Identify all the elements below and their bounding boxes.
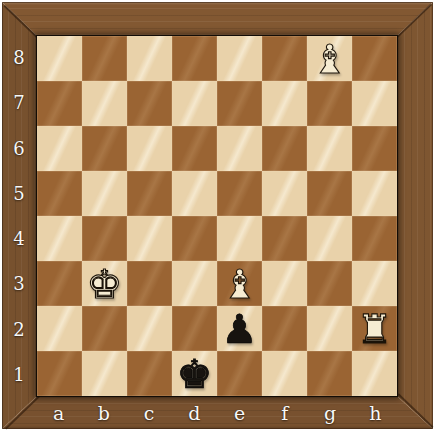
square-a7[interactable] [37, 81, 82, 126]
square-c8[interactable] [127, 36, 172, 81]
chess-diagram: 87654321 abcdefgh ♝♚♝♟♜♚ [0, 0, 435, 431]
file-label-a: a [36, 397, 81, 429]
square-e4[interactable] [217, 216, 262, 261]
square-d5[interactable] [172, 171, 217, 216]
square-f7[interactable] [262, 81, 307, 126]
square-g7[interactable] [307, 81, 352, 126]
square-e5[interactable] [217, 171, 262, 216]
square-d8[interactable] [172, 36, 217, 81]
square-d3[interactable] [172, 261, 217, 306]
square-f8[interactable] [262, 36, 307, 81]
square-g8[interactable]: ♝ [307, 36, 352, 81]
black-pawn[interactable]: ♟ [217, 306, 262, 351]
square-e8[interactable] [217, 36, 262, 81]
board: ♝♚♝♟♜♚ [36, 35, 398, 397]
square-e7[interactable] [217, 81, 262, 126]
square-a3[interactable] [37, 261, 82, 306]
square-b2[interactable] [82, 306, 127, 351]
square-h7[interactable] [352, 81, 397, 126]
square-b7[interactable] [82, 81, 127, 126]
rank-label-4: 4 [2, 216, 36, 261]
rank-label-7: 7 [2, 80, 36, 125]
square-g4[interactable] [307, 216, 352, 261]
white-bishop[interactable]: ♝ [307, 36, 352, 81]
square-a1[interactable] [37, 351, 82, 396]
square-h4[interactable] [352, 216, 397, 261]
square-d2[interactable] [172, 306, 217, 351]
square-g3[interactable] [307, 261, 352, 306]
file-label-d: d [172, 397, 217, 429]
square-b3[interactable]: ♚ [82, 261, 127, 306]
square-c7[interactable] [127, 81, 172, 126]
rank-label-3: 3 [2, 261, 36, 306]
square-c3[interactable] [127, 261, 172, 306]
square-c6[interactable] [127, 126, 172, 171]
rank-label-6: 6 [2, 126, 36, 171]
square-e3[interactable]: ♝ [217, 261, 262, 306]
square-c5[interactable] [127, 171, 172, 216]
square-g1[interactable] [307, 351, 352, 396]
square-a4[interactable] [37, 216, 82, 261]
square-b5[interactable] [82, 171, 127, 216]
square-b8[interactable] [82, 36, 127, 81]
frame-right [398, 2, 433, 429]
square-f2[interactable] [262, 306, 307, 351]
square-e6[interactable] [217, 126, 262, 171]
file-label-h: h [353, 397, 398, 429]
white-king[interactable]: ♚ [82, 261, 127, 306]
square-f6[interactable] [262, 126, 307, 171]
square-h2[interactable]: ♜ [352, 306, 397, 351]
square-d7[interactable] [172, 81, 217, 126]
square-d1[interactable]: ♚ [172, 351, 217, 396]
square-a6[interactable] [37, 126, 82, 171]
square-f5[interactable] [262, 171, 307, 216]
rank-label-5: 5 [2, 171, 36, 216]
square-b1[interactable] [82, 351, 127, 396]
square-e2[interactable]: ♟ [217, 306, 262, 351]
rank-labels: 87654321 [2, 35, 36, 397]
rank-label-1: 1 [2, 352, 36, 397]
square-b6[interactable] [82, 126, 127, 171]
square-h1[interactable] [352, 351, 397, 396]
square-g5[interactable] [307, 171, 352, 216]
rank-label-8: 8 [2, 35, 36, 80]
square-g6[interactable] [307, 126, 352, 171]
square-h8[interactable] [352, 36, 397, 81]
square-d6[interactable] [172, 126, 217, 171]
black-king[interactable]: ♚ [172, 351, 217, 396]
file-label-g: g [308, 397, 353, 429]
square-c2[interactable] [127, 306, 172, 351]
file-label-f: f [262, 397, 307, 429]
rank-label-2: 2 [2, 307, 36, 352]
square-g2[interactable] [307, 306, 352, 351]
square-d4[interactable] [172, 216, 217, 261]
square-c4[interactable] [127, 216, 172, 261]
square-h6[interactable] [352, 126, 397, 171]
file-labels: abcdefgh [36, 397, 398, 429]
square-f3[interactable] [262, 261, 307, 306]
white-rook[interactable]: ♜ [352, 306, 397, 351]
square-h5[interactable] [352, 171, 397, 216]
square-c1[interactable] [127, 351, 172, 396]
file-label-e: e [217, 397, 262, 429]
white-bishop[interactable]: ♝ [217, 261, 262, 306]
square-b4[interactable] [82, 216, 127, 261]
square-h3[interactable] [352, 261, 397, 306]
square-e1[interactable] [217, 351, 262, 396]
square-a2[interactable] [37, 306, 82, 351]
square-a8[interactable] [37, 36, 82, 81]
file-label-b: b [81, 397, 126, 429]
square-f1[interactable] [262, 351, 307, 396]
frame-top [2, 2, 433, 35]
square-a5[interactable] [37, 171, 82, 216]
file-label-c: c [127, 397, 172, 429]
square-f4[interactable] [262, 216, 307, 261]
